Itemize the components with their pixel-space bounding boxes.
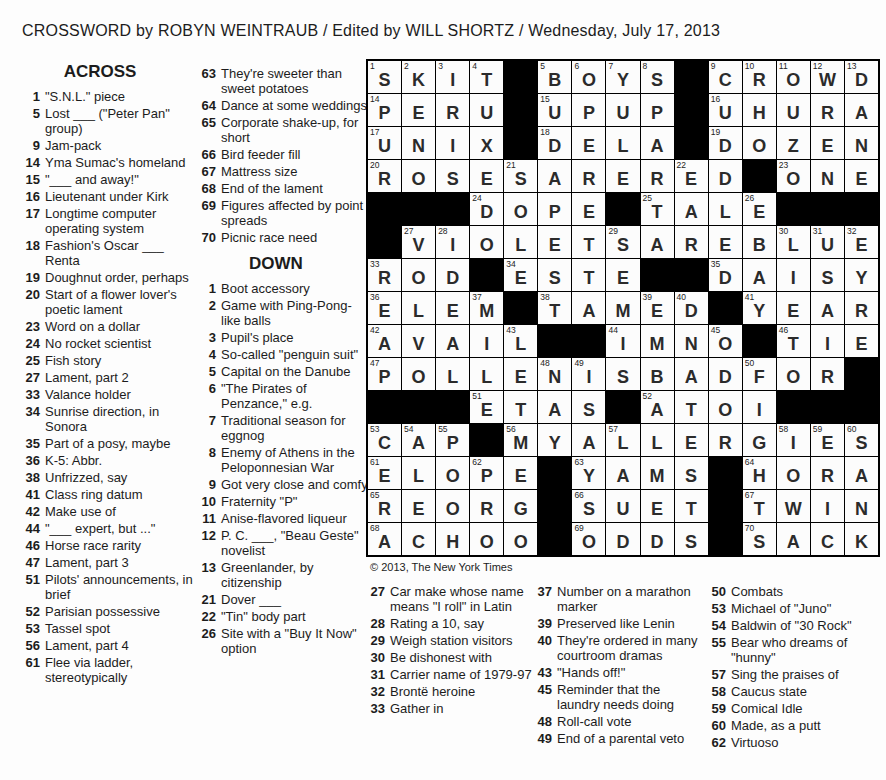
cell-r8c14[interactable]: A <box>811 292 844 324</box>
cell-letter: I <box>777 433 810 454</box>
clue-down-1: 1Boot accessory <box>196 281 370 296</box>
across-label: ACROSS <box>20 62 180 82</box>
cell-r15c5[interactable]: O <box>504 523 537 555</box>
cell-r13c8[interactable]: A <box>606 457 639 489</box>
cell-r6c8[interactable]: 29S <box>606 226 639 258</box>
cell-letter: I <box>811 334 844 355</box>
cell-r10c4[interactable]: L <box>470 358 503 390</box>
cell-r6c5[interactable]: L <box>504 226 537 258</box>
cell-r12c12[interactable]: G <box>743 424 776 456</box>
cell-r3c11[interactable]: 19D <box>709 127 742 159</box>
cell-r6c7[interactable]: T <box>572 226 605 258</box>
cell-r14c8[interactable]: U <box>606 490 639 522</box>
clue-down-55: 55Bear who dreams of "hunny" <box>709 635 877 665</box>
cell-r8c12[interactable]: 41Y <box>743 292 776 324</box>
cell-r4c9[interactable]: R <box>641 160 674 192</box>
clue-across-16: 16Lieutenant under Kirk <box>20 189 194 204</box>
clue-down-43: 43"Hands off!" <box>535 665 703 680</box>
cell-r14c5[interactable]: G <box>504 490 537 522</box>
cell-r6c11[interactable]: E <box>709 226 742 258</box>
cell-r6c12[interactable]: B <box>743 226 776 258</box>
cell-letter: L <box>504 235 537 256</box>
cell-r7c14[interactable]: S <box>811 259 844 291</box>
cell-r6c4[interactable]: O <box>470 226 503 258</box>
clue-number: 46 <box>20 538 45 553</box>
cell-r4c13[interactable]: 23O <box>777 160 810 192</box>
cell-r4c2[interactable]: O <box>402 160 435 192</box>
cell-r10c7[interactable]: 49I <box>572 358 605 390</box>
cell-r10c8[interactable]: S <box>606 358 639 390</box>
cell-r8c10[interactable]: 40D <box>675 292 708 324</box>
cell-r13c7[interactable]: 63Y <box>572 457 605 489</box>
cell-r14c14[interactable]: I <box>811 490 844 522</box>
clue-text: Start of a flower lover's poetic lament <box>45 287 194 317</box>
cell-r12c6[interactable]: Y <box>538 424 571 456</box>
cell-r2c8[interactable]: U <box>606 94 639 126</box>
clue-text: Bear who dreams of "hunny" <box>731 635 877 665</box>
cell-r7c12[interactable]: A <box>743 259 776 291</box>
clue-number: 2 <box>196 298 221 328</box>
clue-across-46: 46Horse race rarity <box>20 538 194 553</box>
cell-r12c14[interactable]: 59E <box>811 424 844 456</box>
cell-r4c11[interactable]: D <box>709 160 742 192</box>
cell-letter: S <box>845 433 878 454</box>
cell-letter: P <box>368 367 401 388</box>
clue-text: Boot accessory <box>221 281 370 296</box>
clue-across-19: 19Doughnut order, perhaps <box>20 270 194 285</box>
cell-r8c9[interactable]: 39E <box>641 292 674 324</box>
clue-down-30: 30Be dishonest with <box>368 650 536 665</box>
cell-letter: D <box>470 202 503 223</box>
cell-r11c4[interactable]: 51E <box>470 391 503 423</box>
cell-r1c8[interactable]: 7Y <box>606 61 639 93</box>
cell-r8c7[interactable]: A <box>572 292 605 324</box>
cell-letter: C <box>368 433 401 454</box>
clue-number: 39 <box>535 616 557 631</box>
cell-letter: N <box>402 136 435 157</box>
cell-r15c4[interactable]: O <box>470 523 503 555</box>
cell-r8c8[interactable]: M <box>606 292 639 324</box>
cell-r12c7[interactable]: A <box>572 424 605 456</box>
cell-r4c10[interactable]: 22E <box>675 160 708 192</box>
cell-r5c15-black <box>845 193 878 225</box>
cell-r14c6-black <box>538 490 571 522</box>
cell-r9c4[interactable]: I <box>470 325 503 357</box>
cell-r4c7[interactable]: R <box>572 160 605 192</box>
clue-text: Class ring datum <box>45 487 194 502</box>
cell-r14c7[interactable]: 66S <box>572 490 605 522</box>
clue-text: Horse race rarity <box>45 538 194 553</box>
clue-down-33: 33Gather in <box>368 701 536 716</box>
clue-text: End of the lament <box>221 181 370 196</box>
cell-r15c2[interactable]: C <box>402 523 435 555</box>
cell-r10c6[interactable]: 48N <box>538 358 571 390</box>
cell-r3c1[interactable]: 17U <box>368 127 401 159</box>
cell-r15c9[interactable]: D <box>641 523 674 555</box>
cell-r9c5[interactable]: 43L <box>504 325 537 357</box>
cell-r3c6[interactable]: 18D <box>538 127 571 159</box>
cell-r8c4[interactable]: 37M <box>470 292 503 324</box>
cell-r6c13[interactable]: 30L <box>777 226 810 258</box>
cell-r12c15[interactable]: 60S <box>845 424 878 456</box>
cell-r13c3[interactable]: O <box>436 457 469 489</box>
cell-r8c2[interactable]: L <box>402 292 435 324</box>
clue-number: 48 <box>535 714 557 729</box>
cell-letter: R <box>641 169 674 190</box>
clue-text: Greenlander, by citizenship <box>221 560 370 590</box>
cell-r5c10[interactable]: A <box>675 193 708 225</box>
clue-text: Anise-flavored liqueur <box>221 511 370 526</box>
clue-text: Jam-pack <box>45 138 194 153</box>
cell-r2c13[interactable]: U <box>777 94 810 126</box>
cell-r10c1[interactable]: 47P <box>368 358 401 390</box>
cell-r13c14[interactable]: R <box>811 457 844 489</box>
cell-r6c3[interactable]: 28I <box>436 226 469 258</box>
clue-text: Fish story <box>45 353 194 368</box>
cell-letter: R <box>675 235 708 256</box>
cell-r5c6[interactable]: P <box>538 193 571 225</box>
cell-r15c8[interactable]: D <box>606 523 639 555</box>
cell-r1c3[interactable]: 3I <box>436 61 469 93</box>
cell-r3c3[interactable]: I <box>436 127 469 159</box>
cell-letter: E <box>845 169 878 190</box>
cell-letter: H <box>743 466 776 487</box>
cell-r14c3[interactable]: O <box>436 490 469 522</box>
clue-across-68: 68End of the lament <box>196 181 370 196</box>
cell-r5c11[interactable]: L <box>709 193 742 225</box>
clue-text: Preserved like Lenin <box>557 616 703 631</box>
cell-r5c7[interactable]: E <box>572 193 605 225</box>
cell-letter: I <box>436 136 469 157</box>
cell-r5c5[interactable]: O <box>504 193 537 225</box>
clue-across-18: 18Fashion's Oscar ___ Renta <box>20 238 194 268</box>
cell-r5c9[interactable]: 25T <box>641 193 674 225</box>
cell-r3c4[interactable]: X <box>470 127 503 159</box>
cell-r1c13[interactable]: 11O <box>777 61 810 93</box>
clue-across-63: 63They're sweeter than sweet potatoes <box>196 66 370 96</box>
clue-number: 52 <box>20 604 45 619</box>
cell-r14c2[interactable]: E <box>402 490 435 522</box>
clue-number: 45 <box>535 682 557 712</box>
cell-r13c2[interactable]: L <box>402 457 435 489</box>
cell-r10c3[interactable]: L <box>436 358 469 390</box>
cell-letter: S <box>504 169 537 190</box>
clue-text: "The Pirates of Penzance," e.g. <box>221 381 370 411</box>
clue-down-49: 49End of a parental veto <box>535 731 703 746</box>
cell-r9c1[interactable]: 42A <box>368 325 401 357</box>
cell-letter: A <box>641 136 674 157</box>
cell-r10c11[interactable]: D <box>709 358 742 390</box>
cell-letter: S <box>572 400 605 421</box>
clue-down-28: 28Rating a 10, say <box>368 616 536 631</box>
cell-r14c13[interactable]: W <box>777 490 810 522</box>
clue-across-66: 66Bird feeder fill <box>196 147 370 162</box>
cell-r1c1[interactable]: 1S <box>368 61 401 93</box>
cell-r2c6[interactable]: 15U <box>538 94 571 126</box>
cell-r15c15[interactable]: K <box>845 523 878 555</box>
clue-number: 7 <box>196 413 221 443</box>
cell-r14c9[interactable]: E <box>641 490 674 522</box>
cell-r11c7[interactable]: S <box>572 391 605 423</box>
cell-r3c14[interactable]: E <box>811 127 844 159</box>
cell-r2c2[interactable]: E <box>402 94 435 126</box>
cell-letter: Y <box>743 301 776 322</box>
cell-r7c13[interactable]: I <box>777 259 810 291</box>
cell-r9c2[interactable]: V <box>402 325 435 357</box>
cell-r9c10[interactable]: N <box>675 325 708 357</box>
cell-r3c8[interactable]: L <box>606 127 639 159</box>
cell-letter: Z <box>777 136 810 157</box>
cell-r10c10[interactable]: A <box>675 358 708 390</box>
cell-r14c12[interactable]: 67T <box>743 490 776 522</box>
cell-letter: E <box>368 466 401 487</box>
cell-r7c15[interactable]: Y <box>845 259 878 291</box>
cell-r13c5[interactable]: E <box>504 457 537 489</box>
cell-r8c13[interactable]: E <box>777 292 810 324</box>
clue-number: 53 <box>709 601 731 616</box>
cell-r13c12[interactable]: 64H <box>743 457 776 489</box>
cell-r15c7[interactable]: 69O <box>572 523 605 555</box>
cell-letter: H <box>436 532 469 553</box>
cell-letter: O <box>504 532 537 553</box>
cell-r15c1[interactable]: 68A <box>368 523 401 555</box>
cell-r15c12[interactable]: 70S <box>743 523 776 555</box>
cell-r3c15[interactable]: N <box>845 127 878 159</box>
cell-letter: M <box>641 334 674 355</box>
clue-number: 63 <box>196 66 221 96</box>
cell-r3c2[interactable]: N <box>402 127 435 159</box>
cell-r4c4[interactable]: E <box>470 160 503 192</box>
cell-r12c10[interactable]: E <box>675 424 708 456</box>
cell-letter: L <box>606 433 639 454</box>
cell-r6c15[interactable]: 32E <box>845 226 878 258</box>
cell-letter: D <box>641 532 674 553</box>
clue-number: 60 <box>709 718 731 733</box>
cell-r9c14[interactable]: I <box>811 325 844 357</box>
cell-letter: P <box>436 433 469 454</box>
cell-r13c13[interactable]: O <box>777 457 810 489</box>
clue-down-45: 45Reminder that the laundry needs doing <box>535 682 703 712</box>
cell-r9c11[interactable]: 45O <box>709 325 742 357</box>
cell-r3c12[interactable]: O <box>743 127 776 159</box>
cell-r1c15[interactable]: 13D <box>845 61 878 93</box>
cell-r1c2[interactable]: 2K <box>402 61 435 93</box>
clue-down-22: 22"Tin" body part <box>196 609 370 624</box>
cell-r2c12[interactable]: H <box>743 94 776 126</box>
copyright: © 2013, The New York Times <box>370 561 512 573</box>
cell-letter: A <box>368 532 401 553</box>
cell-r7c6[interactable]: S <box>538 259 571 291</box>
cell-r3c13[interactable]: Z <box>777 127 810 159</box>
cell-r3c7[interactable]: E <box>572 127 605 159</box>
cell-r2c10-black <box>675 94 708 126</box>
cell-r7c5[interactable]: 34E <box>504 259 537 291</box>
cell-r13c10[interactable]: S <box>675 457 708 489</box>
cell-r4c1[interactable]: 20R <box>368 160 401 192</box>
cell-r10c12[interactable]: 50F <box>743 358 776 390</box>
clue-number: 57 <box>709 667 731 682</box>
clue-number: 59 <box>709 701 731 716</box>
cell-r6c2[interactable]: 27V <box>402 226 435 258</box>
cell-r1c9[interactable]: 8S <box>641 61 674 93</box>
cell-r10c5[interactable]: E <box>504 358 537 390</box>
cell-r14c15[interactable]: N <box>845 490 878 522</box>
cell-letter: A <box>845 103 878 124</box>
cell-r15c10[interactable]: S <box>675 523 708 555</box>
cell-r8c15[interactable]: R <box>845 292 878 324</box>
cell-r11c5[interactable]: T <box>504 391 537 423</box>
cell-letter: S <box>743 532 776 553</box>
clue-text: "S.N.L." piece <box>45 89 194 104</box>
cell-r14c1[interactable]: 65R <box>368 490 401 522</box>
cell-r2c1[interactable]: 14P <box>368 94 401 126</box>
cell-r7c7[interactable]: T <box>572 259 605 291</box>
cell-r15c14[interactable]: C <box>811 523 844 555</box>
clue-number: 16 <box>20 189 45 204</box>
clue-number: 33 <box>368 701 390 716</box>
cell-letter: W <box>777 499 810 520</box>
cell-r10c14[interactable]: R <box>811 358 844 390</box>
cell-r2c4[interactable]: U <box>470 94 503 126</box>
cell-r1c5-black <box>504 61 537 93</box>
clue-across-33: 33Valance holder <box>20 387 194 402</box>
cell-r5c8-black <box>606 193 639 225</box>
cell-r7c9-black <box>641 259 674 291</box>
cell-r10c9[interactable]: B <box>641 358 674 390</box>
cell-r4c8[interactable]: E <box>606 160 639 192</box>
cell-r6c9[interactable]: A <box>641 226 674 258</box>
cell-r8c3[interactable]: E <box>436 292 469 324</box>
cell-r13c1[interactable]: 61E <box>368 457 401 489</box>
clue-across-47: 47Lament, part 3 <box>20 555 194 570</box>
cell-r1c12[interactable]: 10R <box>743 61 776 93</box>
cell-r13c4[interactable]: 62P <box>470 457 503 489</box>
cell-letter: S <box>436 169 469 190</box>
clue-number: 44 <box>20 521 45 536</box>
cell-r11c2-black <box>402 391 435 423</box>
clue-down-8: 8Enemy of Athens in the Peloponnesian Wa… <box>196 445 370 475</box>
clue-across-34: 34Sunrise direction, in Sonora <box>20 404 194 434</box>
cell-r12c13[interactable]: 58I <box>777 424 810 456</box>
clue-number: 4 <box>196 347 221 362</box>
cell-r13c15[interactable]: A <box>845 457 878 489</box>
cell-r7c8[interactable]: E <box>606 259 639 291</box>
cell-r9c15[interactable]: E <box>845 325 878 357</box>
cell-r9c8[interactable]: 44I <box>606 325 639 357</box>
cell-letter: O <box>402 169 435 190</box>
cell-r8c1[interactable]: 36E <box>368 292 401 324</box>
cell-letter: O <box>777 169 810 190</box>
cell-r2c9[interactable]: P <box>641 94 674 126</box>
cell-letter: A <box>538 169 571 190</box>
cell-r4c14[interactable]: N <box>811 160 844 192</box>
cell-r4c15[interactable]: E <box>845 160 878 192</box>
cell-r9c9[interactable]: M <box>641 325 674 357</box>
down-clues-bottom-col-3: 50Combats53Michael of "Juno"54Baldwin of… <box>709 584 877 752</box>
cell-r15c13[interactable]: A <box>777 523 810 555</box>
cell-r9c13[interactable]: 46T <box>777 325 810 357</box>
cell-r7c2[interactable]: O <box>402 259 435 291</box>
cell-r7c3[interactable]: D <box>436 259 469 291</box>
cell-r9c3[interactable]: A <box>436 325 469 357</box>
cell-r12c9[interactable]: L <box>641 424 674 456</box>
clue-text: Dance at some weddings <box>221 98 370 113</box>
cell-letter: I <box>470 334 503 355</box>
cell-r1c11[interactable]: 9C <box>709 61 742 93</box>
cell-r1c14[interactable]: 12W <box>811 61 844 93</box>
cell-letter: L <box>402 466 435 487</box>
cell-r12c11[interactable]: R <box>709 424 742 456</box>
clue-text: Unfrizzed, say <box>45 470 194 485</box>
cell-r12c8[interactable]: 57L <box>606 424 639 456</box>
cell-letter: O <box>777 367 810 388</box>
cell-r14c4[interactable]: R <box>470 490 503 522</box>
cell-r11c9[interactable]: 52A <box>641 391 674 423</box>
cell-r11c11[interactable]: O <box>709 391 742 423</box>
cell-r5c14-black <box>811 193 844 225</box>
clue-across-42: 42Make use of <box>20 504 194 519</box>
cell-r1c6[interactable]: 5B <box>538 61 571 93</box>
cell-letter: T <box>572 235 605 256</box>
cell-r12c5[interactable]: 56M <box>504 424 537 456</box>
cell-letter: O <box>436 499 469 520</box>
cell-r8c6[interactable]: 38T <box>538 292 571 324</box>
clue-text: Picnic race need <box>221 230 370 245</box>
cell-r14c10[interactable]: T <box>675 490 708 522</box>
clue-across-23: 23Word on a dollar <box>20 319 194 334</box>
cell-r12c3[interactable]: 55P <box>436 424 469 456</box>
cell-r6c6[interactable]: E <box>538 226 571 258</box>
cell-r7c1[interactable]: 33R <box>368 259 401 291</box>
clue-number: 27 <box>368 584 390 614</box>
clue-number: 15 <box>20 172 45 187</box>
clue-across-38: 38Unfrizzed, say <box>20 470 194 485</box>
clue-text: No rocket scientist <box>45 336 194 351</box>
cell-r12c2[interactable]: 54A <box>402 424 435 456</box>
cell-r2c7[interactable]: P <box>572 94 605 126</box>
cell-letter: E <box>606 268 639 289</box>
cell-r3c9[interactable]: A <box>641 127 674 159</box>
cell-r11c10[interactable]: T <box>675 391 708 423</box>
clue-across-53: 53Tassel spot <box>20 621 194 636</box>
cell-r7c11[interactable]: 35D <box>709 259 742 291</box>
cell-r11c12[interactable]: I <box>743 391 776 423</box>
clue-down-59: 59Comical Idle <box>709 701 877 716</box>
cell-r10c13[interactable]: O <box>777 358 810 390</box>
cell-r12c1[interactable]: 53C <box>368 424 401 456</box>
cell-r2c11[interactable]: 16U <box>709 94 742 126</box>
cell-r2c14[interactable]: R <box>811 94 844 126</box>
cell-r10c2[interactable]: O <box>402 358 435 390</box>
cell-r4c3[interactable]: S <box>436 160 469 192</box>
cell-letter: E <box>811 136 844 157</box>
cell-r6c10[interactable]: R <box>675 226 708 258</box>
cell-r5c4[interactable]: 24D <box>470 193 503 225</box>
cell-r5c12[interactable]: 26E <box>743 193 776 225</box>
cell-r4c5[interactable]: 21S <box>504 160 537 192</box>
cell-r15c3[interactable]: H <box>436 523 469 555</box>
cell-letter: O <box>470 235 503 256</box>
cell-r2c15[interactable]: A <box>845 94 878 126</box>
clue-text: Part of a posy, maybe <box>45 436 194 451</box>
cell-r11c6[interactable]: A <box>538 391 571 423</box>
cell-r2c3[interactable]: R <box>436 94 469 126</box>
cell-r4c6[interactable]: A <box>538 160 571 192</box>
cell-r13c9[interactable]: M <box>641 457 674 489</box>
cell-r1c4[interactable]: 4T <box>470 61 503 93</box>
cell-r1c7[interactable]: 6O <box>572 61 605 93</box>
cell-r6c14[interactable]: 31U <box>811 226 844 258</box>
